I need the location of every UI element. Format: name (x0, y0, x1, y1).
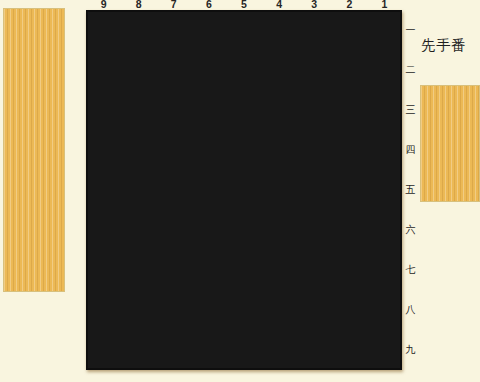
shogi-app: 987654321 一二三四五六七八九 先手番 (0, 0, 480, 382)
rank-label: 二 (403, 50, 418, 90)
file-label: 5 (226, 0, 261, 10)
shogi-board (86, 10, 402, 370)
file-labels: 987654321 (86, 0, 402, 10)
rank-label: 四 (403, 130, 418, 170)
gote-captured-tray (3, 8, 65, 292)
file-label: 3 (297, 0, 332, 10)
file-label: 9 (86, 0, 121, 10)
rank-label: 六 (403, 210, 418, 250)
file-label: 1 (367, 0, 402, 10)
file-label: 7 (156, 0, 191, 10)
rank-label: 七 (403, 250, 418, 290)
file-label: 8 (121, 0, 156, 10)
turn-indicator: 先手番 (421, 36, 477, 55)
file-label: 4 (262, 0, 297, 10)
rank-label: 三 (403, 90, 418, 130)
file-label: 2 (332, 0, 367, 10)
rank-label: 五 (403, 170, 418, 210)
rank-label: 八 (403, 290, 418, 330)
rank-labels: 一二三四五六七八九 (403, 10, 418, 370)
sente-captured-tray (420, 85, 480, 202)
rank-label: 九 (403, 330, 418, 370)
rank-label: 一 (403, 10, 418, 50)
file-label: 6 (191, 0, 226, 10)
